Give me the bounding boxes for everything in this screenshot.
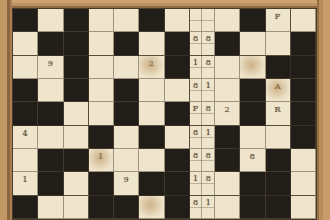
cell-r0c2-blocked — [64, 9, 89, 32]
cell-r2c10-blocked — [266, 56, 291, 79]
cell-r0c1[interactable] — [38, 9, 63, 32]
cell-r0c10[interactable]: F — [266, 9, 291, 32]
cell-r3c4-blocked — [114, 79, 139, 102]
cell-r3c7[interactable]: 81 — [190, 79, 215, 102]
crossword-screenshot: F88921881AF82R4811888191881 — [0, 0, 330, 220]
cell-r4c4-blocked — [114, 102, 139, 125]
cell-r6c3[interactable]: 1 — [89, 149, 114, 172]
cell-r8c1[interactable] — [38, 196, 63, 219]
cell-r4c1-blocked — [38, 102, 63, 125]
cell-r4c8[interactable]: 2 — [215, 102, 240, 125]
clue-strip-half[interactable]: 8 — [202, 32, 214, 54]
board-frame-right — [317, 0, 330, 220]
cell-r6c7[interactable]: 88 — [190, 149, 215, 172]
cell-r1c5[interactable] — [139, 32, 164, 55]
cell-r7c9-blocked — [240, 172, 265, 195]
cell-glyph: 8 — [206, 104, 211, 113]
cell-r6c2-blocked — [64, 149, 89, 172]
clue-strip-half[interactable]: 8 — [190, 149, 203, 171]
cell-glyph: 8 — [193, 198, 198, 207]
cell-r2c2-blocked — [64, 56, 89, 79]
cell-glyph: 8 — [193, 81, 198, 90]
crossword-board: F88921881AF82R4811888191881 — [12, 8, 317, 220]
cell-r4c6-blocked — [165, 102, 190, 125]
cell-r8c2[interactable] — [64, 196, 89, 219]
cell-r5c3-blocked — [89, 126, 114, 149]
cell-glyph: F — [275, 12, 281, 21]
cell-r5c11-blocked — [291, 126, 316, 149]
cell-r8c7[interactable]: 81 — [190, 196, 215, 219]
cell-r2c1[interactable]: 9 — [38, 56, 63, 79]
cell-r2c0[interactable] — [13, 56, 38, 79]
clue-strip-half[interactable] — [202, 9, 214, 31]
cell-r5c4[interactable] — [114, 126, 139, 149]
cell-r8c4-blocked — [114, 196, 139, 219]
clue-strip-half[interactable]: 8 — [202, 56, 214, 78]
cell-r3c1[interactable] — [38, 79, 63, 102]
cell-glyph: 2 — [225, 105, 230, 114]
cell-r5c5-blocked — [139, 126, 164, 149]
cell-r2c4[interactable] — [114, 56, 139, 79]
clue-strip-half[interactable]: 8 — [190, 196, 203, 218]
cell-r4c5[interactable] — [139, 102, 164, 125]
cell-r0c11[interactable] — [291, 9, 316, 32]
cell-glyph: 1 — [206, 81, 211, 90]
cell-r1c1-blocked — [38, 32, 63, 55]
cell-r5c7[interactable]: 81 — [190, 126, 215, 149]
cell-r7c7[interactable]: 18 — [190, 172, 215, 195]
cell-r4c9-blocked — [240, 102, 265, 125]
board-frame-left — [0, 0, 12, 220]
cell-r3c3[interactable] — [89, 79, 114, 102]
clue-strip-half[interactable]: 8 — [190, 79, 203, 101]
cell-r1c6-blocked — [165, 32, 190, 55]
cell-r7c11[interactable] — [291, 172, 316, 195]
cell-glyph: 8 — [206, 151, 211, 160]
cell-r4c2[interactable] — [64, 102, 89, 125]
cell-glyph: 1 — [98, 152, 103, 161]
cell-r3c8[interactable] — [215, 79, 240, 102]
cell-r2c3[interactable] — [89, 56, 114, 79]
cell-glyph: 8 — [193, 34, 198, 43]
cell-r8c8[interactable] — [215, 196, 240, 219]
cell-r7c10-blocked — [266, 172, 291, 195]
cell-r7c3-blocked — [89, 172, 114, 195]
cell-r2c5[interactable]: 2 — [139, 56, 164, 79]
cell-r7c0[interactable]: 1 — [13, 172, 38, 195]
cell-r5c10[interactable] — [266, 126, 291, 149]
cell-r4c7[interactable]: F8 — [190, 102, 215, 125]
cell-glyph: 8 — [250, 152, 255, 161]
cell-r6c5[interactable] — [139, 149, 164, 172]
cell-r6c9[interactable]: 8 — [240, 149, 265, 172]
cell-r6c6-blocked — [165, 149, 190, 172]
cell-r8c3-blocked — [89, 196, 114, 219]
cell-r6c10-blocked — [266, 149, 291, 172]
cell-r1c11-blocked — [291, 32, 316, 55]
cell-r2c9[interactable] — [240, 56, 265, 79]
cell-r6c0[interactable] — [13, 149, 38, 172]
clue-strip-half[interactable]: 8 — [202, 149, 214, 171]
cell-r1c3[interactable] — [89, 32, 114, 55]
cell-r8c5[interactable] — [139, 196, 164, 219]
cell-r7c2[interactable] — [64, 172, 89, 195]
cell-r7c1-blocked — [38, 172, 63, 195]
cell-r0c8[interactable] — [215, 9, 240, 32]
cell-r0c0-blocked — [13, 9, 38, 32]
cell-r7c8[interactable] — [215, 172, 240, 195]
cell-r5c8-blocked — [215, 126, 240, 149]
clue-strip-half[interactable]: 1 — [202, 79, 214, 101]
cell-glyph: 8 — [193, 151, 198, 160]
cell-r1c9[interactable] — [240, 32, 265, 55]
cell-r8c10-blocked — [266, 196, 291, 219]
cell-glyph: 2 — [149, 59, 154, 68]
cell-r5c2[interactable] — [64, 126, 89, 149]
cell-r1c8-blocked — [215, 32, 240, 55]
cell-r0c5-blocked — [139, 9, 164, 32]
cell-r3c9-blocked — [240, 79, 265, 102]
cell-r0c9-blocked — [240, 9, 265, 32]
clue-strip-half[interactable]: 8 — [190, 32, 203, 54]
cell-r0c4[interactable] — [114, 9, 139, 32]
cell-r8c0-blocked — [13, 196, 38, 219]
cell-r0c7[interactable] — [190, 9, 215, 32]
cell-r4c0-blocked — [13, 102, 38, 125]
cell-r5c6[interactable] — [165, 126, 190, 149]
cell-glyph: 8 — [206, 58, 211, 67]
cell-glyph: 8 — [206, 174, 211, 183]
cell-r7c6-blocked — [165, 172, 190, 195]
cell-r3c5[interactable] — [139, 79, 164, 102]
clue-strip-half[interactable]: 1 — [202, 126, 214, 148]
cell-glyph: 1 — [23, 175, 28, 184]
cell-r7c4[interactable]: 9 — [114, 172, 139, 195]
cell-r5c1[interactable] — [38, 126, 63, 149]
cell-r2c7[interactable]: 18 — [190, 56, 215, 79]
board-frame-top — [0, 0, 330, 8]
cell-r1c4-blocked — [114, 32, 139, 55]
cell-r8c6-blocked — [165, 196, 190, 219]
clue-strip-half[interactable]: 1 — [202, 196, 214, 218]
clue-strip-half[interactable]: 8 — [202, 102, 214, 124]
cell-glyph: 9 — [124, 175, 129, 184]
cell-r5c9[interactable] — [240, 126, 265, 149]
cell-r8c11[interactable] — [291, 196, 316, 219]
cell-glyph: F — [193, 104, 199, 113]
cell-glyph: 1 — [193, 58, 198, 67]
cell-glyph: A — [275, 82, 281, 91]
cell-r3c11-blocked — [291, 79, 316, 102]
clue-strip-half[interactable]: 8 — [190, 126, 203, 148]
cell-r3c6[interactable] — [165, 79, 190, 102]
cell-r3c10[interactable]: A — [266, 79, 291, 102]
clue-strip-half[interactable]: 1 — [190, 56, 203, 78]
cell-glyph: R — [275, 105, 281, 114]
cell-r3c2-blocked — [64, 79, 89, 102]
cell-r2c6-blocked — [165, 56, 190, 79]
cell-r4c3[interactable] — [89, 102, 114, 125]
cell-r1c7[interactable]: 88 — [190, 32, 215, 55]
clue-strip-half[interactable] — [190, 9, 203, 31]
cell-glyph: 1 — [193, 174, 198, 183]
clue-strip-half[interactable]: 1 — [190, 172, 203, 194]
cell-r6c1-blocked — [38, 149, 63, 172]
cell-glyph: 1 — [206, 198, 211, 207]
cell-r1c10[interactable] — [266, 32, 291, 55]
clue-strip-half[interactable]: F — [190, 102, 203, 124]
cell-r0c3[interactable] — [89, 9, 114, 32]
cell-glyph: 1 — [206, 128, 211, 137]
cell-glyph: 8 — [206, 34, 211, 43]
cell-r7c5-blocked — [139, 172, 164, 195]
cell-r0c6[interactable] — [165, 9, 190, 32]
cell-r2c11-blocked — [291, 56, 316, 79]
cell-glyph: 4 — [23, 129, 28, 138]
cell-glyph: 9 — [48, 59, 53, 68]
cell-r6c8-blocked — [215, 149, 240, 172]
cell-r1c2-blocked — [64, 32, 89, 55]
cell-r5c0[interactable]: 4 — [13, 126, 38, 149]
cell-r8c9-blocked — [240, 196, 265, 219]
cell-glyph: 8 — [193, 128, 198, 137]
cell-r4c10[interactable]: R — [266, 102, 291, 125]
cell-r4c11-blocked — [291, 102, 316, 125]
clue-strip-half[interactable]: 8 — [202, 172, 214, 194]
cell-r1c0[interactable] — [13, 32, 38, 55]
cell-r3c0-blocked — [13, 79, 38, 102]
cell-r6c11[interactable] — [291, 149, 316, 172]
cell-r2c8[interactable] — [215, 56, 240, 79]
cell-r6c4[interactable] — [114, 149, 139, 172]
